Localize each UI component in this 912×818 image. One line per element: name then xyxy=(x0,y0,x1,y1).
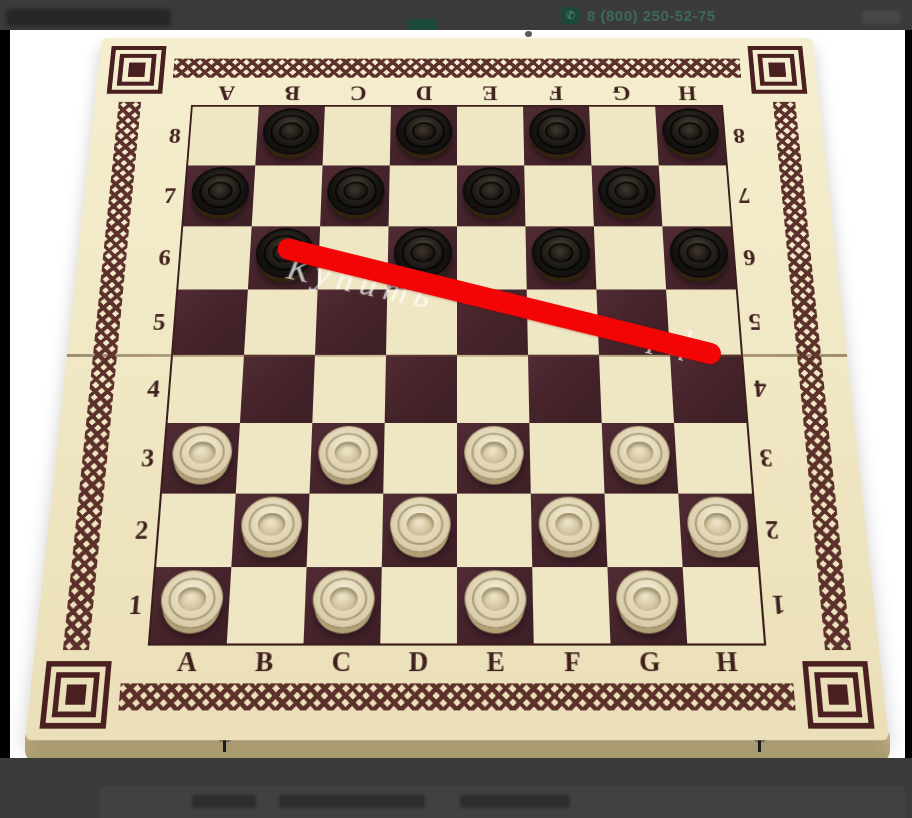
label-corner xyxy=(162,80,195,107)
header-menu-blurred[interactable] xyxy=(862,11,900,24)
file-label-top-F: F xyxy=(523,80,590,107)
square-a7[interactable] xyxy=(183,165,255,226)
file-label-bottom-B: B xyxy=(225,643,304,680)
file-label-bottom-E: E xyxy=(457,643,534,680)
square-d1[interactable] xyxy=(380,567,457,643)
file-label-bottom-H: H xyxy=(687,643,767,680)
square-d7[interactable] xyxy=(389,165,457,226)
square-f7[interactable] xyxy=(524,165,594,226)
hinge-screw-top xyxy=(525,31,532,37)
square-g2[interactable] xyxy=(605,494,683,567)
rank-label-right-8: 8 xyxy=(721,107,757,166)
square-a5[interactable] xyxy=(173,290,248,355)
header-button-dimmed[interactable] xyxy=(408,19,438,30)
square-b2[interactable] xyxy=(231,494,309,567)
square-b1[interactable] xyxy=(227,567,307,643)
square-h6[interactable] xyxy=(662,226,735,289)
dimmed-nav-item[interactable] xyxy=(192,795,256,808)
file-label-bottom-G: G xyxy=(610,643,689,680)
piece-black-checker-h8[interactable] xyxy=(660,108,719,154)
rank-label-left-8: 8 xyxy=(157,107,193,166)
rank-label-left-1: 1 xyxy=(114,567,156,643)
square-g1[interactable] xyxy=(607,567,687,643)
dimmed-nav-item[interactable] xyxy=(460,795,570,808)
corner-ornament-bottom-left xyxy=(39,661,111,729)
square-c1[interactable] xyxy=(304,567,382,643)
square-c7[interactable] xyxy=(320,165,390,226)
label-corner xyxy=(111,643,150,680)
rank-label-left-2: 2 xyxy=(121,494,162,567)
piece-black-checker-d8[interactable] xyxy=(395,108,452,154)
rank-label-left-7: 7 xyxy=(151,165,188,226)
square-b4[interactable] xyxy=(240,355,315,423)
piece-white-checker-d2[interactable] xyxy=(389,496,450,552)
square-f3[interactable] xyxy=(529,423,604,494)
square-c3[interactable] xyxy=(309,423,384,494)
file-label-top-G: G xyxy=(588,80,655,107)
square-f6[interactable] xyxy=(525,226,596,289)
page: ✆ 8 (800) 250-52-75 ABCDEFGH887766554433… xyxy=(0,0,912,818)
rank-label-left-6: 6 xyxy=(146,226,183,289)
square-c2[interactable] xyxy=(307,494,384,567)
square-b8[interactable] xyxy=(255,107,325,166)
phone-number[interactable]: 8 (800) 250-52-75 xyxy=(587,7,716,24)
piece-white-checker-f2[interactable] xyxy=(538,496,600,552)
phone-block: ✆ 8 (800) 250-52-75 xyxy=(562,4,716,26)
piece-black-checker-f6[interactable] xyxy=(531,228,591,278)
label-corner xyxy=(764,643,803,680)
piece-black-checker-c7[interactable] xyxy=(326,167,385,215)
file-label-top-A: A xyxy=(193,80,261,107)
file-label-top-H: H xyxy=(654,80,722,107)
site-header-dimmed: ✆ 8 (800) 250-52-75 xyxy=(0,0,912,30)
square-g4[interactable] xyxy=(599,355,674,423)
file-label-top-C: C xyxy=(325,80,392,107)
corner-ornament-bottom-right xyxy=(802,661,874,729)
braid-border-top xyxy=(173,59,741,78)
square-h7[interactable] xyxy=(659,165,731,226)
square-d2[interactable] xyxy=(382,494,457,567)
square-f1[interactable] xyxy=(532,567,610,643)
square-b7[interactable] xyxy=(252,165,323,226)
square-b3[interactable] xyxy=(236,423,313,494)
site-logo-blurred[interactable] xyxy=(6,9,171,26)
square-a1[interactable] xyxy=(150,567,231,643)
square-c4[interactable] xyxy=(312,355,386,423)
square-b5[interactable] xyxy=(244,290,318,355)
rank-label-right-7: 7 xyxy=(726,165,763,226)
rank-label-left-3: 3 xyxy=(128,423,168,494)
file-label-bottom-F: F xyxy=(534,643,612,680)
corner-ornament-top-left xyxy=(107,46,167,94)
square-h8[interactable] xyxy=(655,107,726,166)
site-footer-dimmed xyxy=(0,758,912,818)
square-d4[interactable] xyxy=(385,355,457,423)
square-g6[interactable] xyxy=(594,226,666,289)
board-grid: ABCDEFGH8877665544332211ABCDEFGH xyxy=(111,80,803,680)
square-h3[interactable] xyxy=(674,423,752,494)
file-label-bottom-A: A xyxy=(147,643,227,680)
checkers-board: ABCDEFGH8877665544332211ABCDEFGH xyxy=(25,38,889,740)
square-d5[interactable] xyxy=(386,290,457,355)
piece-white-checker-a1[interactable] xyxy=(158,570,224,628)
square-e2[interactable] xyxy=(457,494,532,567)
square-e6[interactable] xyxy=(457,226,527,289)
piece-black-checker-b8[interactable] xyxy=(261,108,320,154)
piece-black-checker-g7[interactable] xyxy=(597,167,657,215)
square-d8[interactable] xyxy=(390,107,457,166)
file-label-bottom-D: D xyxy=(380,643,457,680)
square-a4[interactable] xyxy=(168,355,244,423)
square-h1[interactable] xyxy=(683,567,764,643)
square-g8[interactable] xyxy=(589,107,659,166)
rank-label-right-5: 5 xyxy=(736,290,774,355)
rank-label-right-6: 6 xyxy=(731,226,768,289)
square-e3[interactable] xyxy=(457,423,531,494)
square-a8[interactable] xyxy=(188,107,259,166)
piece-black-checker-f8[interactable] xyxy=(528,108,586,154)
file-label-top-B: B xyxy=(259,80,326,107)
product-photo: ABCDEFGH8877665544332211ABCDEFGH Купить … xyxy=(10,30,905,758)
square-a6[interactable] xyxy=(178,226,251,289)
rank-label-right-3: 3 xyxy=(746,423,786,494)
label-corner xyxy=(719,80,752,107)
square-e7[interactable] xyxy=(457,165,525,226)
square-c8[interactable] xyxy=(323,107,391,166)
piece-white-checker-c1[interactable] xyxy=(311,570,375,628)
file-label-bottom-C: C xyxy=(302,643,380,680)
square-h2[interactable] xyxy=(678,494,758,567)
square-a3[interactable] xyxy=(162,423,240,494)
corner-ornament-top-right xyxy=(747,46,807,94)
piece-black-checker-a7[interactable] xyxy=(189,167,250,215)
piece-white-checker-c3[interactable] xyxy=(317,425,378,479)
piece-white-checker-e3[interactable] xyxy=(464,425,524,479)
piece-white-checker-b2[interactable] xyxy=(239,496,303,552)
piece-white-checker-h2[interactable] xyxy=(685,496,750,552)
square-h4[interactable] xyxy=(670,355,746,423)
square-f8[interactable] xyxy=(523,107,591,166)
square-c5[interactable] xyxy=(315,290,387,355)
square-g3[interactable] xyxy=(602,423,679,494)
piece-white-checker-g3[interactable] xyxy=(608,425,670,479)
dimmed-nav-item[interactable] xyxy=(279,795,425,808)
rank-label-right-2: 2 xyxy=(752,494,793,567)
braid-border-bottom xyxy=(118,683,795,710)
file-label-top-D: D xyxy=(391,80,457,107)
piece-white-checker-a3[interactable] xyxy=(170,425,233,479)
square-e4[interactable] xyxy=(457,355,529,423)
square-g7[interactable] xyxy=(591,165,662,226)
rank-label-left-5: 5 xyxy=(140,290,178,355)
square-f4[interactable] xyxy=(528,355,602,423)
square-a2[interactable] xyxy=(156,494,236,567)
piece-white-checker-g1[interactable] xyxy=(614,570,679,628)
square-e8[interactable] xyxy=(457,107,524,166)
phone-icon: ✆ xyxy=(562,7,579,24)
square-f2[interactable] xyxy=(531,494,608,567)
square-e1[interactable] xyxy=(457,567,534,643)
piece-white-checker-e1[interactable] xyxy=(464,570,527,628)
piece-black-checker-e7[interactable] xyxy=(462,167,520,215)
rank-label-right-4: 4 xyxy=(741,355,780,423)
piece-black-checker-h6[interactable] xyxy=(668,228,730,278)
rank-label-left-4: 4 xyxy=(134,355,173,423)
file-label-top-E: E xyxy=(457,80,523,107)
rank-label-right-1: 1 xyxy=(758,567,800,643)
square-d3[interactable] xyxy=(383,423,457,494)
